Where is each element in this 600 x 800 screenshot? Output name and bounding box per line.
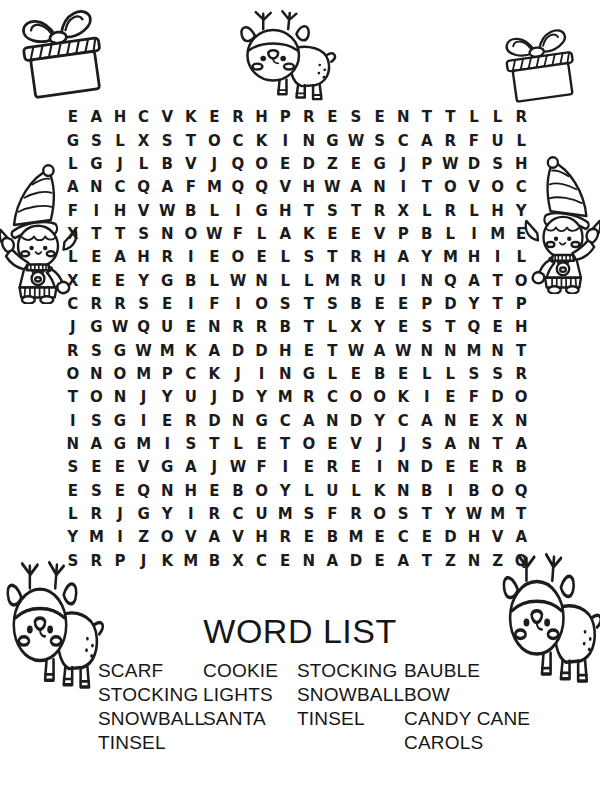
grid-cell: T bbox=[297, 316, 321, 339]
grid-cell: S bbox=[132, 223, 156, 246]
grid-cell: S bbox=[132, 293, 156, 316]
grid-cell: Y bbox=[509, 199, 533, 222]
grid-cell: H bbox=[462, 526, 486, 549]
grid-cell: U bbox=[321, 480, 345, 503]
grid-cell: M bbox=[321, 269, 345, 292]
grid-cell: I bbox=[391, 176, 415, 199]
grid-cell: R bbox=[439, 129, 463, 152]
grid-cell: W bbox=[344, 129, 368, 152]
grid-cell: O bbox=[486, 176, 510, 199]
grid-cell: E bbox=[462, 456, 486, 479]
grid-cell: C bbox=[250, 550, 274, 573]
grid-cell: Q bbox=[509, 550, 533, 573]
grid-cell: J bbox=[108, 153, 132, 176]
grid-cell: U bbox=[486, 129, 510, 152]
grid-cell: G bbox=[321, 129, 345, 152]
word-list-item: BOW bbox=[404, 683, 530, 707]
grid-cell: L bbox=[415, 199, 439, 222]
grid-cell: D bbox=[250, 340, 274, 363]
grid-cell: P bbox=[108, 550, 132, 573]
grid-cell: X bbox=[61, 223, 85, 246]
grid-cell: N bbox=[226, 410, 250, 433]
grid-cell: B bbox=[415, 480, 439, 503]
grid-cell: N bbox=[297, 129, 321, 152]
grid-cell: T bbox=[321, 340, 345, 363]
grid-cell: D bbox=[462, 153, 486, 176]
grid-cell: A bbox=[509, 433, 533, 456]
grid-cell: L bbox=[203, 269, 227, 292]
grid-cell: R bbox=[85, 550, 109, 573]
grid-cell: E bbox=[108, 269, 132, 292]
grid-cell: F bbox=[61, 199, 85, 222]
grid-cell: L bbox=[321, 363, 345, 386]
grid-cell: U bbox=[155, 316, 179, 339]
word-list-item: TINSEL bbox=[297, 707, 404, 731]
grid-cell: T bbox=[486, 293, 510, 316]
grid-cell: T bbox=[344, 199, 368, 222]
grid-cell: C bbox=[391, 410, 415, 433]
grid-cell: L bbox=[61, 503, 85, 526]
grid-cell: B bbox=[368, 363, 392, 386]
grid-cell: M bbox=[132, 433, 156, 456]
grid-cell: S bbox=[321, 293, 345, 316]
grid-cell: E bbox=[368, 293, 392, 316]
grid-cell: R bbox=[155, 246, 179, 269]
grid-cell: L bbox=[226, 433, 250, 456]
grid-cell: N bbox=[321, 410, 345, 433]
word-list-column: SCARFSTOCKINGSNOWBALLTINSEL bbox=[98, 659, 205, 755]
grid-cell: H bbox=[250, 106, 274, 129]
grid-cell: J bbox=[108, 503, 132, 526]
grid-cell: R bbox=[297, 106, 321, 129]
grid-cell: A bbox=[85, 433, 109, 456]
grid-cell: M bbox=[462, 340, 486, 363]
grid-cell: R bbox=[61, 340, 85, 363]
grid-cell: X bbox=[391, 199, 415, 222]
grid-cell: Y bbox=[61, 526, 85, 549]
grid-cell: N bbox=[297, 550, 321, 573]
grid-cell: T bbox=[415, 550, 439, 573]
grid-cell: B bbox=[321, 526, 345, 549]
grid-cell: L bbox=[486, 106, 510, 129]
grid-cell: R bbox=[297, 386, 321, 409]
grid-cell: I bbox=[226, 293, 250, 316]
grid-cell: N bbox=[486, 340, 510, 363]
grid-cell: E bbox=[368, 106, 392, 129]
grid-cell: S bbox=[155, 129, 179, 152]
grid-cell: H bbox=[368, 246, 392, 269]
grid-cell: T bbox=[273, 433, 297, 456]
grid-cell: N bbox=[415, 269, 439, 292]
gift-icon-top-left bbox=[10, 0, 114, 104]
grid-cell: O bbox=[179, 223, 203, 246]
grid-cell: J bbox=[132, 386, 156, 409]
grid-cell: G bbox=[250, 199, 274, 222]
word-search-page: EAHCVKERHPRESENTTLLRGSLXSTOCKINGWSCARFUL… bbox=[0, 0, 600, 800]
grid-cell: V bbox=[132, 456, 156, 479]
grid-cell: G bbox=[155, 269, 179, 292]
grid-cell: L bbox=[61, 153, 85, 176]
grid-cell: O bbox=[344, 386, 368, 409]
grid-cell: O bbox=[250, 480, 274, 503]
grid-cell: E bbox=[297, 340, 321, 363]
word-search-grid: EAHCVKERHPRESENTTLLRGSLXSTOCKINGWSCARFUL… bbox=[61, 106, 533, 573]
grid-cell: T bbox=[108, 223, 132, 246]
grid-cell: F bbox=[321, 503, 345, 526]
grid-cell: G bbox=[61, 129, 85, 152]
grid-cell: I bbox=[250, 363, 274, 386]
grid-cell: O bbox=[108, 363, 132, 386]
grid-cell: A bbox=[368, 340, 392, 363]
grid-cell: G bbox=[155, 456, 179, 479]
grid-cell: U bbox=[179, 386, 203, 409]
grid-cell: S bbox=[61, 456, 85, 479]
reindeer-icon-top bbox=[230, 8, 338, 104]
grid-cell: I bbox=[108, 526, 132, 549]
grid-cell: A bbox=[203, 340, 227, 363]
grid-cell: Z bbox=[486, 550, 510, 573]
grid-cell: P bbox=[509, 293, 533, 316]
grid-cell: A bbox=[273, 223, 297, 246]
grid-cell: J bbox=[61, 316, 85, 339]
grid-cell: Y bbox=[155, 386, 179, 409]
grid-cell: E bbox=[344, 153, 368, 176]
grid-cell: I bbox=[179, 503, 203, 526]
grid-cell: C bbox=[509, 176, 533, 199]
grid-cell: V bbox=[132, 199, 156, 222]
grid-cell: N bbox=[155, 480, 179, 503]
word-list-column: STOCKINGSNOWBALLTINSEL bbox=[297, 659, 404, 731]
word-list-item: CAROLS bbox=[404, 731, 530, 755]
grid-cell: E bbox=[273, 153, 297, 176]
grid-cell: M bbox=[203, 176, 227, 199]
grid-cell: N bbox=[391, 456, 415, 479]
grid-cell: J bbox=[203, 456, 227, 479]
grid-cell: N bbox=[462, 550, 486, 573]
grid-cell: K bbox=[250, 129, 274, 152]
grid-cell: A bbox=[462, 269, 486, 292]
grid-cell: G bbox=[368, 153, 392, 176]
grid-cell: A bbox=[297, 410, 321, 433]
grid-cell: R bbox=[226, 316, 250, 339]
grid-cell: R bbox=[226, 106, 250, 129]
grid-cell: T bbox=[203, 433, 227, 456]
grid-cell: R bbox=[250, 316, 274, 339]
grid-cell: E bbox=[85, 246, 109, 269]
grid-cell: E bbox=[250, 246, 274, 269]
grid-cell: W bbox=[391, 340, 415, 363]
grid-cell: V bbox=[273, 176, 297, 199]
grid-cell: V bbox=[179, 153, 203, 176]
grid-cell: H bbox=[297, 176, 321, 199]
grid-cell: Z bbox=[439, 550, 463, 573]
grid-cell: R bbox=[85, 293, 109, 316]
grid-cell: M bbox=[155, 340, 179, 363]
grid-cell: L bbox=[273, 246, 297, 269]
grid-cell: P bbox=[155, 363, 179, 386]
word-list-title: WORD LIST bbox=[0, 612, 600, 651]
grid-cell: E bbox=[439, 456, 463, 479]
grid-cell: W bbox=[226, 456, 250, 479]
grid-cell: L bbox=[462, 106, 486, 129]
grid-cell: O bbox=[368, 503, 392, 526]
grid-cell: D bbox=[297, 153, 321, 176]
grid-cell: C bbox=[321, 386, 345, 409]
grid-cell: Y bbox=[250, 386, 274, 409]
grid-cell: J bbox=[203, 386, 227, 409]
grid-cell: R bbox=[273, 526, 297, 549]
grid-cell: E bbox=[391, 316, 415, 339]
grid-cell: A bbox=[391, 550, 415, 573]
grid-cell: L bbox=[439, 223, 463, 246]
grid-cell: I bbox=[486, 246, 510, 269]
word-list-item: SCARF bbox=[98, 659, 205, 683]
grid-cell: Y bbox=[462, 293, 486, 316]
grid-cell: X bbox=[344, 316, 368, 339]
grid-cell: M bbox=[439, 246, 463, 269]
grid-cell: O bbox=[486, 480, 510, 503]
grid-cell: Q bbox=[250, 176, 274, 199]
grid-cell: E bbox=[155, 410, 179, 433]
grid-cell: S bbox=[297, 246, 321, 269]
grid-cell: Z bbox=[321, 153, 345, 176]
grid-cell: E bbox=[108, 456, 132, 479]
grid-cell: I bbox=[415, 386, 439, 409]
grid-cell: S bbox=[85, 340, 109, 363]
grid-cell: A bbox=[509, 526, 533, 549]
grid-cell: Q bbox=[226, 153, 250, 176]
grid-cell: R bbox=[85, 503, 109, 526]
grid-cell: L bbox=[509, 129, 533, 152]
grid-cell: M bbox=[344, 526, 368, 549]
grid-cell: F bbox=[226, 223, 250, 246]
grid-cell: E bbox=[486, 316, 510, 339]
grid-cell: S bbox=[368, 129, 392, 152]
grid-cell: R bbox=[179, 410, 203, 433]
grid-cell: O bbox=[155, 526, 179, 549]
grid-cell: J bbox=[132, 550, 156, 573]
grid-cell: E bbox=[321, 433, 345, 456]
grid-cell: G bbox=[132, 503, 156, 526]
grid-cell: S bbox=[415, 316, 439, 339]
grid-cell: W bbox=[203, 223, 227, 246]
grid-cell: E bbox=[155, 293, 179, 316]
grid-cell: W bbox=[226, 269, 250, 292]
grid-cell: V bbox=[486, 526, 510, 549]
grid-cell: M bbox=[486, 503, 510, 526]
grid-cell: V bbox=[226, 526, 250, 549]
word-list-item: CANDY CANE bbox=[404, 707, 530, 731]
grid-cell: B bbox=[226, 480, 250, 503]
grid-cell: E bbox=[344, 456, 368, 479]
grid-cell: K bbox=[297, 223, 321, 246]
grid-cell: S bbox=[85, 129, 109, 152]
grid-cell: G bbox=[108, 340, 132, 363]
grid-cell: E bbox=[368, 526, 392, 549]
grid-cell: D bbox=[439, 526, 463, 549]
grid-cell: H bbox=[132, 246, 156, 269]
grid-cell: N bbox=[155, 223, 179, 246]
grid-cell: G bbox=[85, 316, 109, 339]
grid-cell: S bbox=[85, 410, 109, 433]
grid-cell: H bbox=[273, 340, 297, 363]
grid-cell: P bbox=[415, 153, 439, 176]
grid-cell: E bbox=[415, 526, 439, 549]
word-list-column: COOKIELIGHTSSANTA bbox=[203, 659, 278, 731]
grid-cell: C bbox=[391, 129, 415, 152]
grid-cell: T bbox=[486, 269, 510, 292]
grid-cell: I bbox=[273, 456, 297, 479]
grid-cell: X bbox=[226, 550, 250, 573]
grid-cell: N bbox=[108, 386, 132, 409]
grid-cell: B bbox=[344, 293, 368, 316]
grid-cell: E bbox=[439, 386, 463, 409]
grid-cell: T bbox=[297, 199, 321, 222]
grid-cell: W bbox=[321, 176, 345, 199]
grid-cell: C bbox=[61, 293, 85, 316]
grid-cell: O bbox=[85, 386, 109, 409]
grid-cell: W bbox=[439, 153, 463, 176]
grid-cell: I bbox=[273, 129, 297, 152]
grid-cell: H bbox=[509, 153, 533, 176]
grid-cell: Q bbox=[509, 480, 533, 503]
word-list-item: COOKIE bbox=[203, 659, 278, 683]
grid-cell: E bbox=[391, 363, 415, 386]
grid-cell: E bbox=[273, 550, 297, 573]
grid-cell: V bbox=[368, 223, 392, 246]
grid-cell: H bbox=[462, 246, 486, 269]
grid-cell: R bbox=[368, 199, 392, 222]
grid-cell: H bbox=[486, 199, 510, 222]
grid-cell: L bbox=[108, 129, 132, 152]
grid-cell: J bbox=[391, 153, 415, 176]
grid-cell: V bbox=[155, 106, 179, 129]
grid-cell: T bbox=[321, 246, 345, 269]
grid-cell: I bbox=[179, 293, 203, 316]
grid-cell: E bbox=[391, 293, 415, 316]
grid-cell: O bbox=[368, 386, 392, 409]
grid-cell: T bbox=[415, 106, 439, 129]
grid-cell: H bbox=[108, 106, 132, 129]
grid-cell: R bbox=[509, 106, 533, 129]
grid-cell: P bbox=[273, 106, 297, 129]
grid-cell: T bbox=[415, 503, 439, 526]
grid-cell: R bbox=[344, 246, 368, 269]
grid-cell: E bbox=[203, 106, 227, 129]
grid-cell: X bbox=[132, 129, 156, 152]
grid-cell: A bbox=[321, 550, 345, 573]
grid-cell: L bbox=[61, 246, 85, 269]
grid-cell: G bbox=[85, 153, 109, 176]
grid-cell: T bbox=[61, 386, 85, 409]
grid-cell: B bbox=[203, 550, 227, 573]
grid-cell: X bbox=[486, 410, 510, 433]
grid-cell: D bbox=[486, 386, 510, 409]
grid-cell: O bbox=[250, 293, 274, 316]
grid-cell: Y bbox=[155, 503, 179, 526]
word-list-item: SNOWBALL bbox=[297, 683, 404, 707]
grid-cell: H bbox=[273, 199, 297, 222]
grid-cell: Y bbox=[273, 480, 297, 503]
grid-cell: I bbox=[391, 269, 415, 292]
grid-cell: G bbox=[297, 363, 321, 386]
grid-cell: M bbox=[179, 550, 203, 573]
grid-cell: R bbox=[486, 456, 510, 479]
grid-cell: W bbox=[344, 340, 368, 363]
grid-cell: E bbox=[321, 106, 345, 129]
grid-cell: A bbox=[85, 106, 109, 129]
grid-cell: Y bbox=[368, 410, 392, 433]
grid-cell: T bbox=[85, 223, 109, 246]
grid-cell: W bbox=[108, 316, 132, 339]
grid-cell: J bbox=[203, 153, 227, 176]
grid-cell: N bbox=[203, 316, 227, 339]
grid-cell: N bbox=[368, 176, 392, 199]
grid-cell: K bbox=[155, 550, 179, 573]
grid-cell: E bbox=[297, 456, 321, 479]
grid-cell: N bbox=[273, 363, 297, 386]
grid-cell: E bbox=[462, 410, 486, 433]
grid-cell: B bbox=[273, 316, 297, 339]
grid-cell: E bbox=[203, 480, 227, 503]
grid-cell: I bbox=[226, 199, 250, 222]
grid-cell: E bbox=[85, 269, 109, 292]
grid-cell: M bbox=[85, 526, 109, 549]
grid-cell: Q bbox=[226, 176, 250, 199]
grid-cell: I bbox=[132, 410, 156, 433]
word-list-item: TINSEL bbox=[98, 731, 205, 755]
grid-cell: G bbox=[108, 433, 132, 456]
grid-cell: F bbox=[250, 456, 274, 479]
grid-cell: O bbox=[226, 246, 250, 269]
grid-cell: S bbox=[61, 550, 85, 573]
grid-cell: H bbox=[509, 316, 533, 339]
grid-cell: B bbox=[179, 269, 203, 292]
grid-cell: E bbox=[108, 480, 132, 503]
grid-cell: S bbox=[391, 503, 415, 526]
grid-cell: F bbox=[179, 176, 203, 199]
grid-cell: L bbox=[439, 363, 463, 386]
grid-cell: V bbox=[179, 526, 203, 549]
grid-cell: K bbox=[368, 480, 392, 503]
grid-cell: T bbox=[486, 433, 510, 456]
grid-cell: Q bbox=[439, 269, 463, 292]
grid-cell: F bbox=[203, 293, 227, 316]
elf-icon-right bbox=[524, 156, 600, 294]
grid-cell: Q bbox=[132, 480, 156, 503]
grid-cell: Y bbox=[368, 316, 392, 339]
grid-cell: N bbox=[391, 106, 415, 129]
grid-cell: O bbox=[61, 363, 85, 386]
grid-cell: S bbox=[273, 293, 297, 316]
grid-cell: D bbox=[344, 410, 368, 433]
word-list-item: LIGHTS bbox=[203, 683, 278, 707]
grid-cell: A bbox=[203, 526, 227, 549]
grid-cell: A bbox=[179, 456, 203, 479]
grid-cell: D bbox=[203, 410, 227, 433]
grid-cell: N bbox=[250, 269, 274, 292]
grid-cell: R bbox=[439, 199, 463, 222]
grid-cell: A bbox=[415, 410, 439, 433]
grid-cell: G bbox=[108, 410, 132, 433]
grid-cell: I bbox=[462, 223, 486, 246]
grid-cell: E bbox=[344, 223, 368, 246]
grid-cell: H bbox=[179, 480, 203, 503]
grid-cell: L bbox=[509, 246, 533, 269]
grid-cell: S bbox=[415, 433, 439, 456]
word-list-item: BAUBLE bbox=[404, 659, 530, 683]
grid-cell: I bbox=[61, 410, 85, 433]
